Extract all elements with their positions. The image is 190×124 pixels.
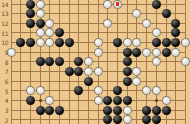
intersection-c17-r4[interactable] [161, 96, 171, 106]
intersection-c5-r12[interactable] [45, 19, 55, 29]
intersection-c15-r7[interactable] [142, 67, 152, 77]
intersection-c13-r8[interactable] [123, 57, 133, 67]
row-label-12: 12 [0, 20, 8, 27]
intersection-c7-r9[interactable] [64, 48, 74, 58]
intersection-c13-r6[interactable] [123, 76, 133, 86]
intersection-c9-r2[interactable] [84, 115, 94, 124]
intersection-c16-r9[interactable] [152, 48, 162, 58]
black-stone-c7-r7 [65, 67, 74, 76]
intersection-c10-r5[interactable] [93, 86, 103, 96]
intersection-c6-r8[interactable] [55, 57, 65, 67]
intersection-c7-r11[interactable] [64, 28, 74, 38]
intersection-c19-r3[interactable] [181, 105, 190, 115]
intersection-c10-r7[interactable] [93, 67, 103, 77]
intersection-c9-r8[interactable] [84, 57, 94, 67]
intersection-c3-r3[interactable] [26, 105, 36, 115]
intersection-c10-r13[interactable] [93, 9, 103, 19]
intersection-c2-r14[interactable] [16, 0, 26, 9]
white-stone-c15-r12 [142, 19, 151, 28]
intersection-c11-r5[interactable] [103, 86, 113, 96]
white-stone-c5-r4 [45, 96, 54, 105]
white-stone-c16-r11 [152, 28, 161, 37]
intersection-c5-r4[interactable] [45, 96, 55, 106]
intersection-c11-r8[interactable] [103, 57, 113, 67]
intersection-c9-r14[interactable] [84, 0, 94, 9]
white-stone-c13-r2 [123, 115, 132, 124]
intersection-c18-r5[interactable] [171, 86, 181, 96]
intersection-c7-r10[interactable] [64, 38, 74, 48]
intersection-c7-r8[interactable] [64, 57, 74, 67]
intersection-c17-r3[interactable] [161, 105, 171, 115]
intersection-c19-r9[interactable] [181, 48, 190, 58]
intersection-c5-r14[interactable] [45, 0, 55, 9]
intersection-c10-r6[interactable] [93, 76, 103, 86]
intersection-c18-r11[interactable] [171, 28, 181, 38]
intersection-c2-r12[interactable] [16, 19, 26, 29]
intersection-c14-r9[interactable] [132, 48, 142, 58]
black-stone-c13-r7 [123, 67, 132, 76]
intersection-c12-r6[interactable] [113, 76, 123, 86]
intersection-c7-r12[interactable] [64, 19, 74, 29]
intersection-c7-r3[interactable] [64, 105, 74, 115]
intersection-c3-r9[interactable] [26, 48, 36, 58]
black-stone-c6-r11 [55, 28, 64, 37]
intersection-c12-r11[interactable] [113, 28, 123, 38]
intersection-c14-r5[interactable] [132, 86, 142, 96]
intersection-c9-r10[interactable] [84, 38, 94, 48]
intersection-c4-r14[interactable] [35, 0, 45, 9]
intersection-c19-r4[interactable] [181, 96, 190, 106]
intersection-c12-r5[interactable] [113, 86, 123, 96]
intersection-c19-r8[interactable] [181, 57, 190, 67]
intersection-c15-r11[interactable] [142, 28, 152, 38]
black-stone-c6-r3 [55, 106, 64, 115]
intersection-c11-r3[interactable] [103, 105, 113, 115]
white-stone-c16-r5 [152, 86, 161, 95]
white-stone-c4-r14 [36, 0, 45, 9]
intersection-c7-r5[interactable] [64, 86, 74, 96]
black-stone-c5-r8 [45, 57, 54, 66]
white-stone-c16-r9 [152, 48, 161, 57]
intersection-c17-r12[interactable] [161, 19, 171, 29]
black-stone-c14-r9 [132, 48, 141, 57]
intersection-c11-r11[interactable] [103, 28, 113, 38]
white-stone-c18-r9 [171, 48, 180, 57]
intersection-c10-r10[interactable] [93, 38, 103, 48]
intersection-c14-r10[interactable] [132, 38, 142, 48]
intersection-c9-r3[interactable] [84, 105, 94, 115]
intersection-c5-r3[interactable] [45, 105, 55, 115]
intersection-c11-r2[interactable] [103, 115, 113, 124]
intersection-c19-r12[interactable] [181, 19, 190, 29]
intersection-c4-r5[interactable] [35, 86, 45, 96]
white-stone-c15-r9 [142, 48, 151, 57]
intersection-c11-r12[interactable] [103, 19, 113, 29]
white-stone-c11-r14 [103, 0, 112, 9]
intersection-c12-r2[interactable] [113, 115, 123, 124]
intersection-c15-r13[interactable] [142, 9, 152, 19]
intersection-c13-r11[interactable] [123, 28, 133, 38]
row-label-14: 14 [0, 1, 8, 8]
intersection-c7-r6[interactable] [64, 76, 74, 86]
black-stone-c13-r8 [123, 57, 132, 66]
intersection-c5-r10[interactable] [45, 38, 55, 48]
intersection-c16-r10[interactable] [152, 38, 162, 48]
black-stone-c11-r3 [103, 106, 112, 115]
intersection-c7-r13[interactable] [64, 9, 74, 19]
white-stone-c15-r5 [142, 86, 151, 95]
intersection-c10-r9[interactable] [93, 48, 103, 58]
intersection-c14-r8[interactable] [132, 57, 142, 67]
intersection-c2-r5[interactable] [16, 86, 26, 96]
intersection-c9-r4[interactable] [84, 96, 94, 106]
black-stone-c17-r10 [162, 38, 171, 47]
intersection-c15-r3[interactable] [142, 105, 152, 115]
intersection-c6-r13[interactable] [55, 9, 65, 19]
intersection-c17-r7[interactable] [161, 67, 171, 77]
white-stone-c9-r8 [84, 57, 93, 66]
intersection-c10-r2[interactable] [93, 115, 103, 124]
intersection-c2-r11[interactable] [16, 28, 26, 38]
intersection-c2-r4[interactable] [16, 96, 26, 106]
intersection-c6-r4[interactable] [55, 96, 65, 106]
intersection-c13-r4[interactable] [123, 96, 133, 106]
white-stone-c17-r4 [162, 96, 171, 105]
white-stone-c9-r7 [84, 67, 93, 76]
intersection-c15-r5[interactable] [142, 86, 152, 96]
row-label-3: 3 [0, 107, 8, 114]
intersection-c8-r9[interactable] [74, 48, 84, 58]
black-stone-c6-r8 [55, 57, 64, 66]
intersection-c4-r9[interactable] [35, 48, 45, 58]
intersection-c13-r3[interactable] [123, 105, 133, 115]
white-stone-c4-r13 [36, 9, 45, 18]
black-stone-c18-r12 [171, 19, 180, 28]
intersection-c17-r14[interactable] [161, 0, 171, 9]
intersection-c6-r2[interactable] [55, 115, 65, 124]
intersection-c3-r11[interactable] [26, 28, 36, 38]
intersection-c5-r6[interactable] [45, 76, 55, 86]
intersection-c3-r12[interactable] [26, 19, 36, 29]
intersection-c7-r7[interactable] [64, 67, 74, 77]
intersection-c6-r9[interactable] [55, 48, 65, 58]
intersection-c15-r4[interactable] [142, 96, 152, 106]
black-stone-c13-r6 [123, 77, 132, 86]
intersection-c5-r5[interactable] [45, 86, 55, 96]
intersection-c10-r11[interactable] [93, 28, 103, 38]
white-stone-c5-r12 [45, 19, 54, 28]
intersection-c4-r6[interactable] [35, 76, 45, 86]
intersection-c13-r14[interactable] [123, 0, 133, 9]
intersection-c9-r12[interactable] [84, 19, 94, 29]
black-stone-c18-r10 [171, 38, 180, 47]
intersection-c9-r11[interactable] [84, 28, 94, 38]
intersection-c2-r13[interactable] [16, 9, 26, 19]
intersection-c8-r11[interactable] [74, 28, 84, 38]
row-label-10: 10 [0, 39, 8, 46]
black-stone-c3-r12 [26, 19, 35, 28]
intersection-c15-r12[interactable] [142, 19, 152, 29]
intersection-c10-r14[interactable] [93, 0, 103, 9]
intersection-c17-r5[interactable] [161, 86, 171, 96]
intersection-c3-r4[interactable] [26, 96, 36, 106]
intersection-c3-r8[interactable] [26, 57, 36, 67]
intersection-c9-r7[interactable] [84, 67, 94, 77]
intersection-c17-r13[interactable] [161, 9, 171, 19]
intersection-c11-r9[interactable] [103, 48, 113, 58]
black-stone-c11-r4 [103, 96, 112, 105]
intersection-c2-r8[interactable] [16, 57, 26, 67]
intersection-c17-r2[interactable] [161, 115, 171, 124]
go-board: 141312111098765432 [0, 0, 190, 124]
intersection-c18-r2[interactable] [171, 115, 181, 124]
intersection-c13-r13[interactable] [123, 9, 133, 19]
intersection-c4-r7[interactable] [35, 67, 45, 77]
intersection-c19-r14[interactable] [181, 0, 190, 9]
intersection-c2-r7[interactable] [16, 67, 26, 77]
white-stone-c12-r14 [113, 0, 122, 9]
intersection-c12-r9[interactable] [113, 48, 123, 58]
intersection-c19-r11[interactable] [181, 28, 190, 38]
intersection-c3-r6[interactable] [26, 76, 36, 86]
intersection-c14-r2[interactable] [132, 115, 142, 124]
intersection-c17-r6[interactable] [161, 76, 171, 86]
intersection-c8-r2[interactable] [74, 115, 84, 124]
intersection-c6-r14[interactable] [55, 0, 65, 9]
intersection-c14-r6[interactable] [132, 76, 142, 86]
black-stone-c13-r4 [123, 96, 132, 105]
intersection-c12-r8[interactable] [113, 57, 123, 67]
intersection-c19-r5[interactable] [181, 86, 190, 96]
intersection-c18-r12[interactable] [171, 19, 181, 29]
intersection-c9-r9[interactable] [84, 48, 94, 58]
intersection-c4-r10[interactable] [35, 38, 45, 48]
intersection-c6-r3[interactable] [55, 105, 65, 115]
intersection-c14-r12[interactable] [132, 19, 142, 29]
intersection-c2-r9[interactable] [16, 48, 26, 58]
intersection-c16-r6[interactable] [152, 76, 162, 86]
intersection-c2-r10[interactable] [16, 38, 26, 48]
white-stone-c4-r10 [36, 38, 45, 47]
black-stone-c13-r9 [123, 48, 132, 57]
black-stone-c9-r6 [84, 77, 93, 86]
intersection-c16-r5[interactable] [152, 86, 162, 96]
intersection-c18-r14[interactable] [171, 0, 181, 9]
intersection-c3-r2[interactable] [26, 115, 36, 124]
intersection-c9-r6[interactable] [84, 76, 94, 86]
intersection-c8-r14[interactable] [74, 0, 84, 9]
intersection-c14-r7[interactable] [132, 67, 142, 77]
white-stone-c13-r10 [123, 38, 132, 47]
intersection-c5-r11[interactable] [45, 28, 55, 38]
intersection-c8-r5[interactable] [74, 86, 84, 96]
intersection-c6-r6[interactable] [55, 76, 65, 86]
intersection-c8-r13[interactable] [74, 9, 84, 19]
row-label-4: 4 [0, 97, 8, 104]
intersection-c10-r3[interactable] [93, 105, 103, 115]
intersection-c8-r8[interactable] [74, 57, 84, 67]
intersection-c15-r2[interactable] [142, 115, 152, 124]
black-stone-c16-r3 [152, 106, 161, 115]
intersection-c8-r10[interactable] [74, 38, 84, 48]
intersection-c16-r4[interactable] [152, 96, 162, 106]
intersection-c11-r7[interactable] [103, 67, 113, 77]
intersection-c12-r13[interactable] [113, 9, 123, 19]
black-stone-c5-r3 [45, 106, 54, 115]
white-stone-c3-r5 [26, 86, 35, 95]
intersection-c5-r2[interactable] [45, 115, 55, 124]
intersection-c4-r3[interactable] [35, 105, 45, 115]
intersection-c2-r3[interactable] [16, 105, 26, 115]
intersection-c13-r9[interactable] [123, 48, 133, 58]
intersection-c16-r14[interactable] [152, 0, 162, 9]
intersection-c6-r5[interactable] [55, 86, 65, 96]
intersection-c16-r7[interactable] [152, 67, 162, 77]
intersection-c14-r4[interactable] [132, 96, 142, 106]
intersection-c6-r12[interactable] [55, 19, 65, 29]
intersection-c8-r3[interactable] [74, 105, 84, 115]
intersection-c19-r6[interactable] [181, 76, 190, 86]
intersection-c4-r4[interactable] [35, 96, 45, 106]
row-label-13: 13 [0, 10, 8, 17]
intersection-c13-r7[interactable] [123, 67, 133, 77]
intersection-c14-r14[interactable] [132, 0, 142, 9]
intersection-c17-r8[interactable] [161, 57, 171, 67]
intersection-c5-r9[interactable] [45, 48, 55, 58]
white-stone-c19-r10 [181, 38, 190, 47]
last-move-marker [116, 2, 120, 6]
intersection-c16-r3[interactable] [152, 105, 162, 115]
intersection-c14-r11[interactable] [132, 28, 142, 38]
intersection-c16-r11[interactable] [152, 28, 162, 38]
intersection-c15-r8[interactable] [142, 57, 152, 67]
white-stone-c4-r5 [36, 86, 45, 95]
intersection-c6-r7[interactable] [55, 67, 65, 77]
white-stone-c4-r11 [36, 28, 45, 37]
intersection-c3-r14[interactable] [26, 0, 36, 9]
intersection-c3-r13[interactable] [26, 9, 36, 19]
black-stone-c3-r10 [26, 38, 35, 47]
intersection-c10-r12[interactable] [93, 19, 103, 29]
intersection-c8-r4[interactable] [74, 96, 84, 106]
intersection-c18-r8[interactable] [171, 57, 181, 67]
intersection-c15-r6[interactable] [142, 76, 152, 86]
intersection-c8-r7[interactable] [74, 67, 84, 77]
black-stone-c7-r10 [65, 38, 74, 47]
intersection-c9-r13[interactable] [84, 9, 94, 19]
intersection-c11-r14[interactable] [103, 0, 113, 9]
intersection-c2-r6[interactable] [16, 76, 26, 86]
intersection-c16-r2[interactable] [152, 115, 162, 124]
intersection-c15-r9[interactable] [142, 48, 152, 58]
intersection-c4-r13[interactable] [35, 9, 45, 19]
intersection-c5-r7[interactable] [45, 67, 55, 77]
intersection-c19-r2[interactable] [181, 115, 190, 124]
black-stone-c18-r11 [171, 28, 180, 37]
intersection-c18-r7[interactable] [171, 67, 181, 77]
intersection-c13-r10[interactable] [123, 38, 133, 48]
intersection-c7-r4[interactable] [64, 96, 74, 106]
black-stone-c16-r2 [152, 115, 161, 124]
intersection-c17-r10[interactable] [161, 38, 171, 48]
intersection-c12-r3[interactable] [113, 105, 123, 115]
intersection-c14-r13[interactable] [132, 9, 142, 19]
intersection-c4-r12[interactable] [35, 19, 45, 29]
intersection-c6-r11[interactable] [55, 28, 65, 38]
intersection-c4-r8[interactable] [35, 57, 45, 67]
intersection-c18-r3[interactable] [171, 105, 181, 115]
intersection-c13-r12[interactable] [123, 19, 133, 29]
intersection-c19-r7[interactable] [181, 67, 190, 77]
intersection-c5-r8[interactable] [45, 57, 55, 67]
intersection-c14-r3[interactable] [132, 105, 142, 115]
intersection-c16-r13[interactable] [152, 9, 162, 19]
intersection-c18-r10[interactable] [171, 38, 181, 48]
intersection-c8-r12[interactable] [74, 19, 84, 29]
intersection-c4-r11[interactable] [35, 28, 45, 38]
black-stone-c16-r10 [152, 38, 161, 47]
intersection-c13-r2[interactable] [123, 115, 133, 124]
black-stone-c11-r2 [103, 115, 112, 124]
intersection-c12-r12[interactable] [113, 19, 123, 29]
intersection-c16-r12[interactable] [152, 19, 162, 29]
intersection-c15-r10[interactable] [142, 38, 152, 48]
black-stone-c16-r14 [152, 0, 161, 9]
intersection-c8-r6[interactable] [74, 76, 84, 86]
intersection-c16-r8[interactable] [152, 57, 162, 67]
intersection-c18-r6[interactable] [171, 76, 181, 86]
intersection-c18-r4[interactable] [171, 96, 181, 106]
intersection-c2-r2[interactable] [16, 115, 26, 124]
intersection-c13-r5[interactable] [123, 86, 133, 96]
intersection-c5-r13[interactable] [45, 9, 55, 19]
white-stone-c14-r6 [132, 77, 141, 86]
intersection-c17-r11[interactable] [161, 28, 171, 38]
intersection-c11-r10[interactable] [103, 38, 113, 48]
white-stone-c19-r8 [181, 57, 190, 66]
intersection-c19-r10[interactable] [181, 38, 190, 48]
intersection-c15-r14[interactable] [142, 0, 152, 9]
intersection-c3-r7[interactable] [26, 67, 36, 77]
intersection-c10-r4[interactable] [93, 96, 103, 106]
black-stone-c15-r3 [142, 106, 151, 115]
intersection-c10-r8[interactable] [93, 57, 103, 67]
intersection-c11-r6[interactable] [103, 76, 113, 86]
white-stone-c14-r10 [132, 38, 141, 47]
intersection-c7-r2[interactable] [64, 115, 74, 124]
intersection-c18-r13[interactable] [171, 9, 181, 19]
intersection-c4-r2[interactable] [35, 115, 45, 124]
intersection-c12-r7[interactable] [113, 67, 123, 77]
intersection-c3-r10[interactable] [26, 38, 36, 48]
intersection-c19-r13[interactable] [181, 9, 190, 19]
black-stone-c6-r10 [55, 38, 64, 47]
white-stone-c5-r11 [45, 28, 54, 37]
intersection-c9-r5[interactable] [84, 86, 94, 96]
intersection-c6-r10[interactable] [55, 38, 65, 48]
black-stone-c4-r3 [36, 106, 45, 115]
intersection-c12-r14[interactable] [113, 0, 123, 9]
intersection-c12-r10[interactable] [113, 38, 123, 48]
intersection-c17-r9[interactable] [161, 48, 171, 58]
intersection-c11-r13[interactable] [103, 9, 113, 19]
intersection-c7-r14[interactable] [64, 0, 74, 9]
intersection-c11-r4[interactable] [103, 96, 113, 106]
hoshi-point [155, 99, 158, 102]
intersection-c3-r5[interactable] [26, 86, 36, 96]
intersection-c18-r9[interactable] [171, 48, 181, 58]
intersection-c12-r4[interactable] [113, 96, 123, 106]
